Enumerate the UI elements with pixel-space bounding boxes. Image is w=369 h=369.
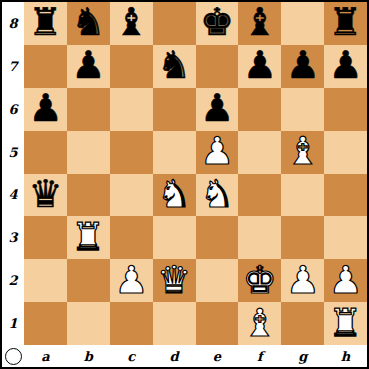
square-h2[interactable]: ♟ — [324, 259, 367, 302]
square-g2[interactable]: ♟ — [281, 259, 324, 302]
square-f7[interactable]: ♟ — [238, 45, 281, 88]
piece-white-queen[interactable]: ♛ — [157, 261, 191, 299]
square-e1[interactable] — [196, 302, 239, 345]
square-d2[interactable]: ♛ — [153, 259, 196, 302]
piece-black-pawn[interactable]: ♟ — [286, 46, 320, 84]
square-b6[interactable] — [67, 88, 110, 131]
chess-diagram: 8♜♞♝♚♝♜7♟♞♟♟♟6♟♟5♟♝4♛♞♞3♜2♟♛♚♟♟1♝♜abcdef… — [0, 0, 369, 369]
piece-black-pawn[interactable]: ♟ — [200, 89, 234, 127]
rank-label-1: 1 — [2, 302, 24, 345]
rank-label-5: 5 — [2, 131, 24, 174]
square-b8[interactable]: ♞ — [67, 2, 110, 45]
square-d5[interactable] — [153, 131, 196, 174]
square-d8[interactable] — [153, 2, 196, 45]
square-a6[interactable]: ♟ — [24, 88, 67, 131]
square-c2[interactable]: ♟ — [110, 259, 153, 302]
piece-white-bishop[interactable]: ♝ — [243, 304, 277, 342]
square-h5[interactable] — [324, 131, 367, 174]
square-g5[interactable]: ♝ — [281, 131, 324, 174]
piece-black-pawn[interactable]: ♟ — [28, 89, 62, 127]
file-label-e: e — [196, 345, 239, 367]
square-e5[interactable]: ♟ — [196, 131, 239, 174]
square-g6[interactable] — [281, 88, 324, 131]
square-c3[interactable] — [110, 216, 153, 259]
square-e7[interactable] — [196, 45, 239, 88]
square-c4[interactable] — [110, 174, 153, 217]
square-d3[interactable] — [153, 216, 196, 259]
square-h1[interactable]: ♜ — [324, 302, 367, 345]
square-h8[interactable]: ♜ — [324, 2, 367, 45]
square-a3[interactable] — [24, 216, 67, 259]
piece-white-knight[interactable]: ♞ — [200, 175, 234, 213]
square-h6[interactable] — [324, 88, 367, 131]
square-f4[interactable] — [238, 174, 281, 217]
piece-black-pawn[interactable]: ♟ — [71, 46, 105, 84]
file-label-h: h — [324, 345, 367, 367]
square-a2[interactable] — [24, 259, 67, 302]
square-a4[interactable]: ♛ — [24, 174, 67, 217]
square-e8[interactable]: ♚ — [196, 2, 239, 45]
piece-black-rook[interactable]: ♜ — [329, 3, 363, 41]
file-label-f: f — [238, 345, 281, 367]
piece-white-pawn[interactable]: ♟ — [114, 261, 148, 299]
square-h4[interactable] — [324, 174, 367, 217]
square-b3[interactable]: ♜ — [67, 216, 110, 259]
square-f2[interactable]: ♚ — [238, 259, 281, 302]
square-d7[interactable]: ♞ — [153, 45, 196, 88]
square-e6[interactable]: ♟ — [196, 88, 239, 131]
square-f1[interactable]: ♝ — [238, 302, 281, 345]
rank-label-6: 6 — [2, 88, 24, 131]
square-b2[interactable] — [67, 259, 110, 302]
piece-black-knight[interactable]: ♞ — [71, 3, 105, 41]
file-label-a: a — [24, 345, 67, 367]
piece-white-king[interactable]: ♚ — [243, 261, 277, 299]
square-e4[interactable]: ♞ — [196, 174, 239, 217]
piece-black-knight[interactable]: ♞ — [157, 46, 191, 84]
square-b5[interactable] — [67, 131, 110, 174]
square-g1[interactable] — [281, 302, 324, 345]
square-c6[interactable] — [110, 88, 153, 131]
piece-black-pawn[interactable]: ♟ — [329, 46, 363, 84]
piece-white-bishop[interactable]: ♝ — [286, 132, 320, 170]
file-label-c: c — [110, 345, 153, 367]
square-g8[interactable] — [281, 2, 324, 45]
square-e3[interactable] — [196, 216, 239, 259]
rank-label-7: 7 — [2, 45, 24, 88]
white-to-move-indicator — [5, 348, 22, 365]
piece-white-pawn[interactable]: ♟ — [286, 261, 320, 299]
piece-white-pawn[interactable]: ♟ — [329, 261, 363, 299]
square-g3[interactable] — [281, 216, 324, 259]
square-h7[interactable]: ♟ — [324, 45, 367, 88]
chess-board: 8♜♞♝♚♝♜7♟♞♟♟♟6♟♟5♟♝4♛♞♞3♜2♟♛♚♟♟1♝♜abcdef… — [2, 2, 367, 367]
file-label-g: g — [281, 345, 324, 367]
square-b7[interactable]: ♟ — [67, 45, 110, 88]
square-d4[interactable]: ♞ — [153, 174, 196, 217]
square-f6[interactable] — [238, 88, 281, 131]
square-b1[interactable] — [67, 302, 110, 345]
rank-label-3: 3 — [2, 216, 24, 259]
piece-white-rook[interactable]: ♜ — [329, 304, 363, 342]
piece-black-bishop[interactable]: ♝ — [114, 3, 148, 41]
side-to-move-corner — [2, 345, 24, 367]
square-a7[interactable] — [24, 45, 67, 88]
piece-white-knight[interactable]: ♞ — [157, 175, 191, 213]
piece-white-pawn[interactable]: ♟ — [200, 132, 234, 170]
rank-label-2: 2 — [2, 259, 24, 302]
square-c8[interactable]: ♝ — [110, 2, 153, 45]
rank-label-4: 4 — [2, 174, 24, 217]
square-b4[interactable] — [67, 174, 110, 217]
square-g7[interactable]: ♟ — [281, 45, 324, 88]
square-c5[interactable] — [110, 131, 153, 174]
square-d6[interactable] — [153, 88, 196, 131]
square-f3[interactable] — [238, 216, 281, 259]
file-label-d: d — [153, 345, 196, 367]
square-c1[interactable] — [110, 302, 153, 345]
file-label-b: b — [67, 345, 110, 367]
piece-black-queen[interactable]: ♛ — [28, 175, 62, 213]
square-f5[interactable] — [238, 131, 281, 174]
square-f8[interactable]: ♝ — [238, 2, 281, 45]
square-e2[interactable] — [196, 259, 239, 302]
square-a5[interactable] — [24, 131, 67, 174]
piece-black-pawn[interactable]: ♟ — [243, 46, 277, 84]
square-h3[interactable] — [324, 216, 367, 259]
piece-white-rook[interactable]: ♜ — [71, 218, 105, 256]
square-a8[interactable]: ♜ — [24, 2, 67, 45]
square-a1[interactable] — [24, 302, 67, 345]
square-c7[interactable] — [110, 45, 153, 88]
piece-black-bishop[interactable]: ♝ — [243, 3, 277, 41]
square-d1[interactable] — [153, 302, 196, 345]
square-g4[interactable] — [281, 174, 324, 217]
rank-label-8: 8 — [2, 2, 24, 45]
piece-black-king[interactable]: ♚ — [200, 3, 234, 41]
piece-black-rook[interactable]: ♜ — [28, 3, 62, 41]
